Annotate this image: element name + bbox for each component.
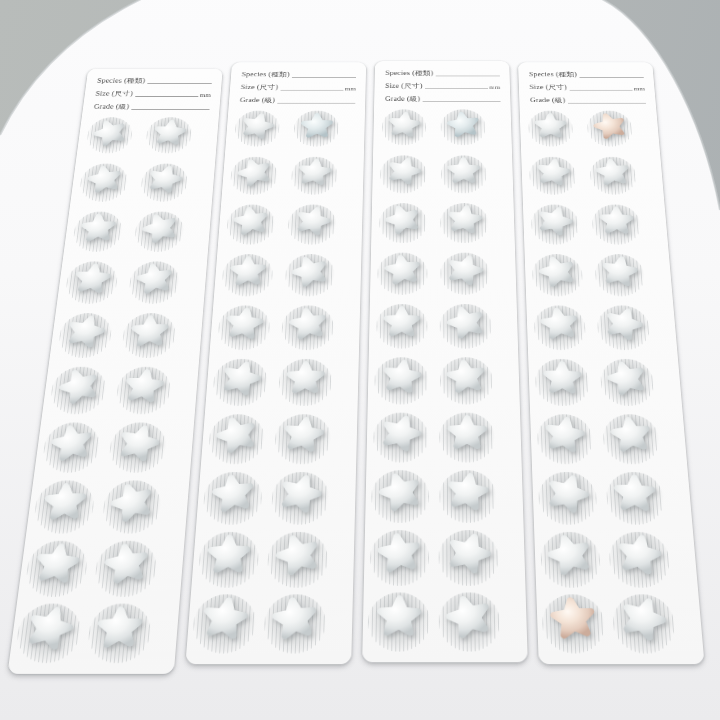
star-pearl: [82, 163, 127, 196]
star-pearl: [237, 110, 278, 141]
star-pearl-shape: [206, 471, 259, 517]
species-blank-line: [436, 76, 500, 77]
star-pearl: [533, 204, 576, 239]
size-line: Size (尺寸) mm: [240, 83, 355, 91]
star-pearl: [90, 603, 150, 655]
grade-label: Grade (級): [93, 103, 130, 112]
star-pearl-shape: [375, 469, 426, 515]
star-pearl-shape: [220, 305, 268, 344]
grade-blank-line: [568, 103, 646, 104]
star-pearl-shape: [37, 480, 93, 526]
card-4-header: Species (種類) Size (尺寸) mm Grade (級): [529, 71, 646, 110]
star-pearl: [125, 313, 174, 352]
star-pearl-shape: [296, 110, 336, 141]
star-pearl-shape: [28, 540, 86, 589]
star-pearl: [37, 480, 93, 526]
star-pearl: [61, 313, 111, 352]
size-label: Size (尺寸): [529, 83, 567, 91]
size-line: Size (尺寸) mm: [95, 90, 211, 98]
star-pearl-shape: [288, 254, 333, 291]
star-pearl-shape: [90, 603, 150, 655]
card-3-header: Species (種類) Size (尺寸) mm Grade (級): [385, 69, 501, 108]
star-pearl: [532, 156, 574, 189]
star-pearl-shape: [380, 252, 424, 289]
star-pearl: [206, 471, 259, 517]
star-pearl-shape: [274, 471, 326, 517]
star-pearl: [605, 414, 656, 458]
size-line: Size (尺寸) mm: [529, 83, 645, 91]
star-pearl: [384, 109, 423, 140]
star-pearl: [225, 254, 271, 291]
star-pearl-shape: [82, 163, 127, 196]
star-pearl-shape: [148, 117, 190, 148]
size-label: Size (尺寸): [385, 82, 422, 90]
star-pearl-shape: [53, 366, 105, 407]
size-unit: mm: [345, 85, 356, 91]
star-pearl: [267, 593, 323, 645]
size-unit: mm: [200, 92, 211, 98]
star-pearl-shape: [61, 313, 111, 352]
species-line: Species (種類): [529, 71, 644, 79]
star-pearl: [288, 254, 333, 291]
species-blank-line: [292, 77, 356, 78]
star-pearl: [540, 414, 591, 458]
star-pearl: [28, 540, 86, 589]
star-pearl-shape: [535, 254, 580, 291]
star-pearl-shape: [88, 117, 131, 148]
species-label: Species (種類): [529, 71, 577, 79]
star-pearl-shape: [105, 480, 160, 526]
star-pearl-shape: [75, 211, 121, 246]
star-pearl: [196, 593, 254, 645]
star-pearl: [105, 480, 160, 526]
star-pearl: [371, 592, 426, 644]
star-pearl-shape: [443, 155, 484, 188]
species-label: Species (種類): [97, 77, 146, 85]
card-1-header: Species (種類) Size (尺寸) mm Grade (級): [93, 77, 213, 116]
star-pearl-shape: [538, 358, 587, 399]
star-pearl: [443, 203, 485, 238]
star-pearl-shape: [131, 261, 178, 298]
star-pearl-shape: [267, 593, 323, 645]
star-pearl: [443, 252, 487, 289]
star-pearl: [274, 471, 326, 517]
star-pearl: [615, 593, 673, 645]
star-pearl-shape: [532, 156, 574, 189]
star-pearl-shape: [545, 593, 602, 645]
star-pearl-shape: [216, 358, 265, 399]
star-pearl-shape: [592, 156, 635, 189]
grade-line: Grade (級): [530, 96, 646, 104]
star-pearl: [53, 366, 105, 407]
star-pearl: [131, 261, 178, 298]
star-pearl: [271, 531, 325, 580]
star-pearl-shape: [443, 203, 485, 238]
star-pearl: [211, 414, 262, 458]
species-label: Species (種類): [385, 69, 433, 77]
star-pearl: [443, 303, 489, 342]
grade-label: Grade (級): [385, 95, 421, 103]
star-pearl: [443, 357, 490, 398]
star-pearl-shape: [444, 109, 483, 140]
star-pearl: [543, 531, 597, 580]
star-pearl: [443, 155, 484, 188]
star-pearl: [597, 254, 643, 291]
star-pearl-shape: [533, 204, 576, 239]
species-line: Species (種類): [385, 69, 500, 77]
star-pearl-shape: [443, 357, 490, 398]
star-pearl: [589, 110, 630, 141]
star-pearl: [600, 305, 648, 344]
star-pearl-shape: [196, 593, 254, 645]
star-pearl: [379, 303, 424, 342]
size-label: Size (尺寸): [240, 83, 278, 91]
star-pearl-shape: [143, 163, 187, 196]
star-pearl: [291, 204, 334, 239]
star-pearl: [442, 592, 497, 644]
star-pearl: [284, 305, 331, 344]
star-pearl: [88, 117, 131, 148]
star-pearl-shape: [225, 254, 271, 291]
star-pearl-shape: [19, 603, 80, 655]
grade-blank-line: [131, 109, 209, 110]
species-line: Species (種類): [97, 77, 213, 85]
star-pearl-shape: [384, 109, 423, 140]
grade-blank-line: [423, 101, 501, 102]
star-pearl: [382, 203, 424, 238]
star-pearl-shape: [229, 204, 273, 239]
star-pearl-shape: [605, 414, 656, 458]
star-pearl-shape: [443, 252, 487, 289]
grade-label: Grade (級): [530, 96, 566, 104]
star-pearl-shape: [294, 156, 336, 189]
star-pearl: [216, 358, 265, 399]
species-line: Species (種類): [241, 71, 356, 79]
star-pearl: [75, 211, 121, 246]
star-pearl: [541, 471, 593, 517]
star-pearl-shape: [382, 203, 424, 238]
star-pearl: [442, 469, 493, 515]
star-pearl-shape: [536, 305, 583, 344]
star-pearl: [45, 422, 99, 466]
star-pearl: [233, 156, 276, 189]
star-pearl-shape: [602, 358, 652, 399]
grade-label: Grade (級): [239, 96, 275, 104]
star-pearl-shape: [443, 412, 492, 455]
star-pearl-shape: [237, 110, 278, 141]
size-blank-line: [135, 96, 198, 97]
star-pearl-shape: [233, 156, 276, 189]
star-pearl-shape: [543, 531, 597, 580]
star-pearl-shape: [541, 471, 593, 517]
species-blank-line: [580, 77, 644, 78]
star-pearl-shape: [612, 531, 668, 580]
star-pearl: [378, 357, 425, 398]
star-pearl-shape: [442, 469, 493, 515]
star-pearl: [530, 110, 570, 141]
grade-line: Grade (級): [239, 96, 355, 104]
size-blank-line: [570, 90, 633, 91]
star-pearl: [444, 109, 483, 140]
star-pearl: [220, 305, 268, 344]
star-pearl-shape: [443, 303, 489, 342]
star-pearl: [545, 593, 602, 645]
star-pearl: [536, 305, 583, 344]
star-pearl-shape: [281, 358, 330, 399]
star-pearl: [201, 531, 256, 580]
star-pearl: [538, 358, 587, 399]
grade-line: Grade (級): [93, 103, 210, 112]
star-pearl: [594, 204, 638, 239]
star-pearl: [19, 603, 80, 655]
star-pearl-shape: [378, 357, 425, 398]
table-plane: Species (種類) Size (尺寸) mm Grade (級) Spec…: [0, 131, 720, 719]
star-pearl-shape: [68, 261, 116, 298]
star-pearl-shape: [278, 414, 328, 458]
star-pearl-shape: [383, 155, 424, 188]
star-pearl: [229, 204, 273, 239]
species-label: Species (種類): [241, 71, 290, 79]
star-pearl: [442, 529, 495, 578]
star-pearl-shape: [442, 529, 495, 578]
star-pearl-shape: [201, 531, 256, 580]
star-pearl-shape: [540, 414, 591, 458]
star-pearl: [148, 117, 190, 148]
size-unit: mm: [634, 85, 645, 91]
star-pearl: [98, 540, 155, 589]
star-pearl: [608, 471, 661, 517]
star-pearl: [143, 163, 187, 196]
star-pearl-shape: [442, 592, 497, 644]
star-pearl-shape: [271, 531, 325, 580]
size-unit: mm: [489, 84, 500, 90]
star-pearl-shape: [589, 110, 630, 141]
size-line: Size (尺寸) mm: [385, 82, 500, 90]
card-2-header: Species (種類) Size (尺寸) mm Grade (級): [239, 71, 356, 110]
star-pearl: [281, 358, 330, 399]
star-pearl: [380, 252, 424, 289]
star-pearl-shape: [291, 204, 334, 239]
star-pearl-shape: [118, 366, 169, 407]
star-pearl-shape: [211, 414, 262, 458]
star-pearl-shape: [284, 305, 331, 344]
star-pearl: [535, 254, 580, 291]
star-pearl: [296, 110, 336, 141]
star-pearl: [443, 412, 492, 455]
star-pearl-shape: [373, 529, 426, 578]
grade-line: Grade (級): [385, 95, 501, 103]
star-pearl: [112, 422, 165, 466]
star-pearl: [612, 531, 668, 580]
star-pearl: [373, 529, 426, 578]
star-pearl: [118, 366, 169, 407]
star-pearl-shape: [376, 412, 425, 455]
grade-blank-line: [278, 103, 356, 104]
star-pearl-shape: [125, 313, 174, 352]
star-pearl-shape: [608, 471, 661, 517]
star-pearl-shape: [379, 303, 424, 342]
pearl-card-3: Species (種類) Size (尺寸) mm Grade (級): [362, 61, 528, 662]
star-pearl-shape: [530, 110, 570, 141]
star-pearl-shape: [112, 422, 165, 466]
star-pearl: [383, 155, 424, 188]
star-pearl-shape: [137, 211, 182, 246]
size-blank-line: [425, 89, 488, 90]
star-pearl: [375, 469, 426, 515]
species-blank-line: [147, 83, 211, 84]
star-pearl: [68, 261, 116, 298]
photo-stage: Species (種類) Size (尺寸) mm Grade (級) Spec…: [0, 0, 720, 720]
star-pearl-shape: [615, 593, 673, 645]
star-pearl: [278, 414, 328, 458]
size-label: Size (尺寸): [95, 90, 134, 98]
star-pearl: [376, 412, 425, 455]
star-pearl: [294, 156, 336, 189]
star-pearl: [592, 156, 635, 189]
star-pearl-shape: [371, 592, 426, 644]
size-blank-line: [280, 90, 343, 91]
star-pearl-shape: [45, 422, 99, 466]
star-pearl-shape: [597, 254, 643, 291]
star-pearl: [137, 211, 182, 246]
star-pearl: [602, 358, 652, 399]
star-pearl-shape: [594, 204, 638, 239]
star-pearl-shape: [98, 540, 155, 589]
star-pearl-shape: [600, 305, 648, 344]
